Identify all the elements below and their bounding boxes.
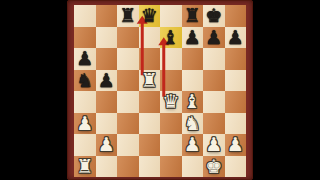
square-a1[interactable]: ♜ — [74, 156, 96, 178]
square-c6[interactable] — [117, 48, 139, 70]
square-d7[interactable] — [139, 27, 161, 49]
square-f5[interactable] — [182, 70, 204, 92]
piece-white-pawn-g2[interactable]: ♟ — [203, 134, 225, 156]
piece-black-rook-f8[interactable]: ♜ — [182, 5, 204, 27]
square-d1[interactable] — [139, 156, 161, 178]
square-h3[interactable] — [225, 113, 247, 135]
piece-black-pawn-f7[interactable]: ♟ — [182, 27, 204, 49]
square-d6[interactable] — [139, 48, 161, 70]
square-c1[interactable] — [117, 156, 139, 178]
square-a7[interactable] — [74, 27, 96, 49]
square-c5[interactable] — [117, 70, 139, 92]
piece-white-king-g1[interactable]: ♚ — [203, 156, 225, 178]
square-h5[interactable] — [225, 70, 247, 92]
square-e8[interactable] — [160, 5, 182, 27]
piece-white-knight-f3[interactable]: ♞ — [182, 113, 204, 135]
piece-white-queen-e4[interactable]: ♛ — [160, 91, 182, 113]
square-e6[interactable] — [160, 48, 182, 70]
square-e4[interactable]: ♛ — [160, 91, 182, 113]
square-b6[interactable] — [96, 48, 118, 70]
square-e1[interactable] — [160, 156, 182, 178]
square-a3[interactable]: ♟ — [74, 113, 96, 135]
square-b7[interactable] — [96, 27, 118, 49]
square-g4[interactable] — [203, 91, 225, 113]
square-a4[interactable] — [74, 91, 96, 113]
square-e2[interactable] — [160, 134, 182, 156]
square-g2[interactable]: ♟ — [203, 134, 225, 156]
square-h1[interactable] — [225, 156, 247, 178]
piece-black-pawn-b5[interactable]: ♟ — [96, 70, 118, 92]
square-c2[interactable] — [117, 134, 139, 156]
piece-white-pawn-a3[interactable]: ♟ — [74, 113, 96, 135]
square-d5[interactable]: ♜ — [139, 70, 161, 92]
square-h6[interactable] — [225, 48, 247, 70]
square-h7[interactable]: ♟ — [225, 27, 247, 49]
piece-white-rook-a1[interactable]: ♜ — [74, 156, 96, 178]
piece-black-pawn-h7[interactable]: ♟ — [225, 27, 247, 49]
square-g7[interactable]: ♟ — [203, 27, 225, 49]
square-b8[interactable] — [96, 5, 118, 27]
square-a2[interactable] — [74, 134, 96, 156]
square-d8[interactable]: ♛ — [139, 5, 161, 27]
square-f6[interactable] — [182, 48, 204, 70]
square-b2[interactable]: ♟ — [96, 134, 118, 156]
square-f4[interactable]: ♝ — [182, 91, 204, 113]
square-a6[interactable]: ♟ — [74, 48, 96, 70]
square-f3[interactable]: ♞ — [182, 113, 204, 135]
square-f1[interactable] — [182, 156, 204, 178]
piece-black-bishop-e7[interactable]: ♝ — [160, 27, 182, 49]
square-e5[interactable] — [160, 70, 182, 92]
square-b3[interactable] — [96, 113, 118, 135]
piece-white-pawn-b2[interactable]: ♟ — [96, 134, 118, 156]
piece-black-king-g8[interactable]: ♚ — [203, 5, 225, 27]
square-c8[interactable]: ♜ — [117, 5, 139, 27]
square-e7[interactable]: ♝ — [160, 27, 182, 49]
piece-black-pawn-g7[interactable]: ♟ — [203, 27, 225, 49]
square-h8[interactable] — [225, 5, 247, 27]
square-g6[interactable] — [203, 48, 225, 70]
square-g5[interactable] — [203, 70, 225, 92]
square-e3[interactable] — [160, 113, 182, 135]
piece-white-pawn-h2[interactable]: ♟ — [225, 134, 247, 156]
piece-white-rook-d5[interactable]: ♜ — [139, 70, 161, 92]
square-c7[interactable] — [117, 27, 139, 49]
square-d2[interactable] — [139, 134, 161, 156]
square-f7[interactable]: ♟ — [182, 27, 204, 49]
square-b4[interactable] — [96, 91, 118, 113]
piece-white-bishop-f4[interactable]: ♝ — [182, 91, 204, 113]
piece-white-pawn-f2[interactable]: ♟ — [182, 134, 204, 156]
piece-black-pawn-a6[interactable]: ♟ — [74, 48, 96, 70]
square-h4[interactable] — [225, 91, 247, 113]
square-g1[interactable]: ♚ — [203, 156, 225, 178]
chess-board-frame: ♜♛♜♚♝♟♟♟♟♞♟♜♛♝♟♞♟♟♟♟♜♚ — [67, 0, 253, 180]
chess-board: ♜♛♜♚♝♟♟♟♟♞♟♜♛♝♟♞♟♟♟♟♜♚ — [74, 5, 246, 177]
piece-black-rook-c8[interactable]: ♜ — [117, 5, 139, 27]
square-c3[interactable] — [117, 113, 139, 135]
square-b1[interactable] — [96, 156, 118, 178]
square-f2[interactable]: ♟ — [182, 134, 204, 156]
square-d4[interactable] — [139, 91, 161, 113]
square-g8[interactable]: ♚ — [203, 5, 225, 27]
screen-background: ♜♛♜♚♝♟♟♟♟♞♟♜♛♝♟♞♟♟♟♟♜♚ — [0, 0, 320, 180]
square-h2[interactable]: ♟ — [225, 134, 247, 156]
square-d3[interactable] — [139, 113, 161, 135]
square-g3[interactable] — [203, 113, 225, 135]
piece-black-knight-a5[interactable]: ♞ — [74, 70, 96, 92]
square-f8[interactable]: ♜ — [182, 5, 204, 27]
square-b5[interactable]: ♟ — [96, 70, 118, 92]
square-a5[interactable]: ♞ — [74, 70, 96, 92]
piece-black-queen-d8[interactable]: ♛ — [139, 5, 161, 27]
square-a8[interactable] — [74, 5, 96, 27]
square-c4[interactable] — [117, 91, 139, 113]
